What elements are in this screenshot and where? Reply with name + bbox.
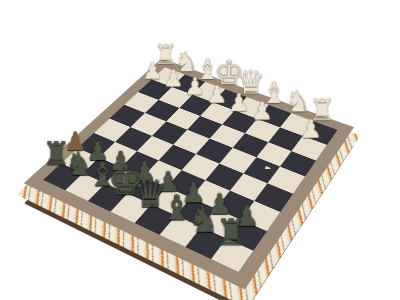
chess-board: ♜♞♝♛♚♝♞♜♟♟♟♟♟♟♟♟♟♟♟♟♟♟♟♜♞♝♛♚♝♞♜♟ <box>24 58 354 289</box>
piece-glyph: ♟ <box>263 161 288 167</box>
pieces-layer: ♜♞♝♛♚♝♞♜♟♟♟♟♟♟♟♟♟♟♟♟♟♟♟♜♞♝♛♚♝♞♜♟ <box>43 67 337 272</box>
board-scene: ♜♞♝♛♚♝♞♜♟♟♟♟♟♟♟♟♟♟♟♟♟♟♟♜♞♝♛♚♝♞♜♟ <box>0 0 400 300</box>
